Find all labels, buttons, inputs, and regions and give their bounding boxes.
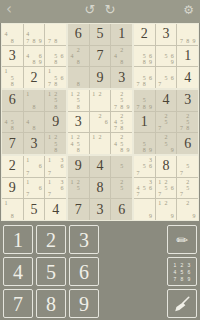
cell-r1c4[interactable]: 7 bbox=[90, 46, 111, 67]
pencil-mark-slot bbox=[147, 81, 153, 87]
sudoku-app: ‹ ↺ ↻ ⚙ 48478978346895681582156786512487… bbox=[0, 0, 200, 320]
cell-r5c1[interactable]: 3 bbox=[24, 133, 45, 154]
given-digit: 2 bbox=[30, 71, 37, 85]
box-2-0: 21671367916713671854 bbox=[2, 156, 66, 220]
pencil-mark-slot bbox=[81, 147, 87, 153]
mini-digit: 2 bbox=[179, 262, 185, 268]
pencil-mark-slot bbox=[81, 103, 87, 109]
pencil-marks: 26 bbox=[90, 112, 111, 133]
pencil-marks: 257 bbox=[156, 112, 177, 133]
undo-icon[interactable]: ↺ bbox=[85, 3, 96, 16]
cell-r1c1[interactable]: 4689 bbox=[24, 46, 45, 67]
cell-r5c5[interactable]: 24589 bbox=[111, 133, 132, 154]
cell-r6c1[interactable]: 167 bbox=[24, 156, 45, 177]
pencil-mark-slot bbox=[37, 125, 43, 131]
cell-r0c3[interactable]: 6 bbox=[68, 24, 89, 45]
cell-r3c6[interactable]: 5789 bbox=[134, 90, 155, 111]
pencil-marks: 4789 bbox=[24, 24, 45, 45]
box-1-0: 6181258458489731258 bbox=[2, 90, 66, 154]
cell-r7c4[interactable]: 8 bbox=[90, 178, 111, 199]
pencil-marks: 167 bbox=[24, 178, 45, 199]
cell-r2c3[interactable]: 8 bbox=[68, 67, 89, 88]
given-digit: 9 bbox=[52, 115, 59, 129]
given-digit: 3 bbox=[75, 115, 82, 129]
numpad-key-4[interactable]: 4 bbox=[3, 257, 33, 286]
box-2-1: 945125825736 bbox=[68, 156, 132, 220]
cell-r6c0[interactable]: 2 bbox=[2, 156, 23, 177]
pencil-marks: 12 bbox=[90, 133, 111, 154]
cell-r3c0[interactable]: 6 bbox=[2, 90, 23, 111]
pencil-marks: 4689 bbox=[24, 46, 45, 67]
given-digit: 4 bbox=[184, 71, 191, 85]
pencil-marks: 1258 bbox=[68, 90, 89, 111]
cell-r8c3[interactable]: 7 bbox=[68, 199, 89, 220]
mini-digit: 1 bbox=[172, 262, 178, 268]
cell-r7c3[interactable]: 125 bbox=[68, 178, 89, 199]
cell-r8c7[interactable]: 129 bbox=[156, 199, 177, 220]
box-1-1: 1258122578932624578124581224589 bbox=[68, 90, 132, 154]
numpad-key-1[interactable]: 1 bbox=[3, 225, 33, 254]
box-0-1: 6512487248893 bbox=[68, 24, 132, 88]
cell-r8c4[interactable]: 3 bbox=[90, 199, 111, 220]
cell-r3c1[interactable]: 18 bbox=[24, 90, 45, 111]
cell-r0c7[interactable]: 3 bbox=[156, 24, 177, 45]
pencil-mark-slot bbox=[37, 169, 43, 175]
cell-r7c5[interactable]: 25 bbox=[111, 178, 132, 199]
pencil-mode-button[interactable]: ✏ bbox=[167, 225, 197, 254]
bottom-controls: 123456789 ✏ 123456789 bbox=[0, 221, 200, 320]
mini-digit: 4 bbox=[172, 269, 178, 275]
sudoku-board: 4847897834689568158215678651248724889323… bbox=[1, 23, 199, 221]
pencil-marks: 24578 bbox=[111, 112, 132, 133]
cell-r3c2[interactable]: 1258 bbox=[45, 90, 66, 111]
number-pad: 123456789 bbox=[3, 225, 99, 318]
pencil-marks: 5 bbox=[111, 156, 132, 177]
given-digit: 3 bbox=[118, 71, 125, 85]
pencil-mark-slot bbox=[191, 191, 197, 197]
pencil-marks: 789 bbox=[177, 24, 198, 45]
cell-r7c8[interactable]: 257 bbox=[177, 178, 198, 199]
given-digit: 3 bbox=[96, 203, 103, 217]
top-toolbar: ‹ ↺ ↻ ⚙ bbox=[0, 0, 200, 23]
cell-r6c2[interactable]: 1367 bbox=[45, 156, 66, 177]
cell-r0c8[interactable]: 789 bbox=[177, 24, 198, 45]
pencil-marks: 12 bbox=[90, 90, 111, 111]
pencil-marks: 125 bbox=[68, 178, 89, 199]
cell-r5c6[interactable]: 589 bbox=[134, 133, 155, 154]
cell-r5c3[interactable]: 12458 bbox=[68, 133, 89, 154]
cell-r8c5[interactable]: 6 bbox=[111, 199, 132, 220]
cell-r3c5[interactable]: 25789 bbox=[111, 90, 132, 111]
given-digit: 8 bbox=[162, 159, 169, 173]
pencil-marks: 48 bbox=[2, 24, 23, 45]
cell-r4c4[interactable]: 26 bbox=[90, 112, 111, 133]
pencil-marks: 48 bbox=[24, 112, 45, 133]
pencil-mark-slot bbox=[125, 125, 131, 131]
pencil-marks: 1258 bbox=[45, 133, 66, 154]
cell-r4c5[interactable]: 24578 bbox=[111, 112, 132, 133]
cell-r8c0[interactable]: 18 bbox=[2, 199, 23, 220]
numpad-key-6[interactable]: 6 bbox=[69, 257, 99, 286]
cell-r2c0[interactable]: 158 bbox=[2, 67, 23, 88]
pencil-marks: 8 bbox=[68, 67, 89, 88]
pencil-mark-slot bbox=[59, 147, 65, 153]
redo-icon[interactable]: ↻ bbox=[105, 3, 116, 16]
numpad-key-5[interactable]: 5 bbox=[36, 257, 66, 286]
undo-redo-group: ↺ ↻ bbox=[0, 3, 200, 16]
given-digit: 4 bbox=[96, 159, 103, 173]
pencil-mark-slot: 9 bbox=[147, 59, 153, 65]
cell-r4c0[interactable]: 458 bbox=[2, 112, 23, 133]
pencil-mark-slot: 9 bbox=[37, 37, 43, 43]
cell-r6c3[interactable]: 9 bbox=[68, 156, 89, 177]
auto-candidates-button[interactable]: 123456789 bbox=[167, 257, 197, 286]
brush-icon bbox=[173, 295, 191, 313]
given-digit: 7 bbox=[9, 137, 16, 151]
pencil-mark-slot: 9 bbox=[191, 213, 197, 219]
pencil-marks: 248 bbox=[111, 46, 132, 67]
given-digit: 3 bbox=[9, 49, 16, 63]
pencil-marks: 1367 bbox=[45, 178, 66, 199]
pencil-marks: 12458 bbox=[68, 133, 89, 154]
pencil-marks: 458 bbox=[2, 112, 23, 133]
cell-r7c6[interactable]: 34567 bbox=[134, 178, 155, 199]
cell-r4c6[interactable]: 1 bbox=[134, 112, 155, 133]
pencil-mark-slot bbox=[81, 191, 87, 197]
cell-r1c5[interactable]: 248 bbox=[111, 46, 132, 67]
pencil-marks: 34567 bbox=[134, 178, 155, 199]
pencil-marks: 25 bbox=[111, 178, 132, 199]
pencil-mark-slot bbox=[147, 169, 153, 175]
given-digit: 9 bbox=[96, 71, 103, 85]
pencil-marks: 2578 bbox=[177, 112, 198, 133]
mini-digit: 5 bbox=[179, 269, 185, 275]
pencil-mark-slot bbox=[169, 81, 175, 87]
pencil-marks: 24589 bbox=[111, 133, 132, 154]
cell-r7c7[interactable]: 12567 bbox=[156, 178, 177, 199]
pencil-marks: 29 bbox=[177, 199, 198, 220]
given-digit: 5 bbox=[30, 203, 37, 217]
cell-r7c1[interactable]: 167 bbox=[24, 178, 45, 199]
cell-r4c2[interactable]: 9 bbox=[45, 112, 66, 133]
cell-r4c7[interactable]: 257 bbox=[156, 112, 177, 133]
pencil-marks: 12567 bbox=[156, 178, 177, 199]
mini-digit: 6 bbox=[186, 269, 192, 275]
cell-r0c6[interactable]: 2 bbox=[134, 24, 155, 45]
pencil-marks: 1258 bbox=[45, 90, 66, 111]
pencil-marks: 25789 bbox=[111, 90, 132, 111]
pencil-mark-slot bbox=[59, 103, 65, 109]
pencil-mark-slot bbox=[81, 81, 87, 87]
pencil-marks: 158 bbox=[2, 67, 23, 88]
pencil-mark-slot bbox=[37, 191, 43, 197]
cell-r7c0[interactable]: 9 bbox=[2, 178, 23, 199]
pencil-marks: 259 bbox=[156, 133, 177, 154]
cell-r3c3[interactable]: 1258 bbox=[68, 90, 89, 111]
cell-r8c6[interactable]: 9 bbox=[134, 199, 155, 220]
cell-r5c4[interactable]: 12 bbox=[90, 133, 111, 154]
cell-r0c1[interactable]: 4789 bbox=[24, 24, 45, 45]
pencil-marks: 167 bbox=[24, 156, 45, 177]
cell-r1c6[interactable]: 5689 bbox=[134, 46, 155, 67]
pencil-marks: 5689 bbox=[134, 46, 155, 67]
given-digit: 9 bbox=[9, 181, 16, 195]
cell-r4c3[interactable]: 3 bbox=[68, 112, 89, 133]
mini-digit: 7 bbox=[172, 276, 178, 282]
cell-r1c3[interactable]: 248 bbox=[68, 46, 89, 67]
cell-r6c6[interactable]: 3567 bbox=[134, 156, 155, 177]
pencil-marks: 78 bbox=[45, 24, 66, 45]
settings-gear-icon[interactable]: ⚙ bbox=[183, 4, 194, 16]
numpad-key-8[interactable]: 8 bbox=[36, 289, 66, 318]
pencil-marks: 567 bbox=[156, 67, 177, 88]
given-digit: 6 bbox=[118, 203, 125, 217]
pencil-marks: 589 bbox=[134, 133, 155, 154]
pencil-mark-slot bbox=[15, 213, 21, 219]
pencil-mark-slot: 9 bbox=[125, 147, 131, 153]
box-0-0: 4847897834689568158215678 bbox=[2, 24, 66, 88]
cell-r0c0[interactable]: 48 bbox=[2, 24, 23, 45]
pencil-mark-slot: 9 bbox=[125, 103, 131, 109]
cell-r1c0[interactable]: 3 bbox=[2, 46, 23, 67]
cell-r2c4[interactable]: 9 bbox=[90, 67, 111, 88]
given-digit: 9 bbox=[75, 159, 82, 173]
cell-r0c5[interactable]: 1 bbox=[111, 24, 132, 45]
pencil-marks: 9 bbox=[134, 199, 155, 220]
pencil-mark-slot bbox=[125, 191, 131, 197]
eraser-button[interactable] bbox=[167, 289, 197, 318]
pencil-marks: 5678 bbox=[134, 67, 155, 88]
pencil-mark-slot: 9 bbox=[169, 59, 175, 65]
given-digit: 7 bbox=[75, 203, 82, 217]
cell-r5c8[interactable]: 6 bbox=[177, 133, 198, 154]
cell-r0c2[interactable]: 78 bbox=[45, 24, 66, 45]
pencil-mark-slot bbox=[125, 59, 131, 65]
pencil-marks: 257 bbox=[177, 178, 198, 199]
pencil-mark-slot bbox=[191, 125, 197, 131]
cell-r4c8[interactable]: 2578 bbox=[177, 112, 198, 133]
given-digit: 3 bbox=[184, 93, 191, 107]
pencil-mark-slot bbox=[103, 147, 109, 153]
box-1-2: 578943125725785892596 bbox=[134, 90, 198, 154]
pencil-mark-slot: 9 bbox=[191, 37, 197, 43]
pencil-mark-slot bbox=[59, 81, 65, 87]
pencil-mark-slot bbox=[147, 191, 153, 197]
pencil-mark-slot bbox=[169, 125, 175, 131]
cell-r5c7[interactable]: 259 bbox=[156, 133, 177, 154]
pencil-marks: 3567 bbox=[134, 156, 155, 177]
pencil-mark-slot bbox=[37, 103, 43, 109]
pencil-mark-slot: 9 bbox=[37, 59, 43, 65]
mini-digit: 3 bbox=[186, 262, 192, 268]
given-digit: 1 bbox=[184, 49, 191, 63]
pencil-mark-slot: 9 bbox=[169, 213, 175, 219]
pencil-mark-slot bbox=[15, 81, 21, 87]
cell-r6c8[interactable]: 57 bbox=[177, 156, 198, 177]
numpad-key-2[interactable]: 2 bbox=[36, 225, 66, 254]
pencil-mark-slot bbox=[15, 37, 21, 43]
cell-r0c4[interactable]: 5 bbox=[90, 24, 111, 45]
pencil-marks: 569 bbox=[156, 46, 177, 67]
pencil-mark-slot: 9 bbox=[147, 103, 153, 109]
cell-r6c5[interactable]: 5 bbox=[111, 156, 132, 177]
cell-r8c1[interactable]: 5 bbox=[24, 199, 45, 220]
pencil-mark-slot: 9 bbox=[169, 147, 175, 153]
pencil-mark-slot bbox=[81, 59, 87, 65]
cell-r8c8[interactable]: 29 bbox=[177, 199, 198, 220]
given-digit: 4 bbox=[162, 93, 169, 107]
given-digit: 4 bbox=[52, 203, 59, 217]
numpad-key-7[interactable]: 7 bbox=[3, 289, 33, 318]
candidates-grid-icon: 123456789 bbox=[172, 262, 192, 282]
given-digit: 5 bbox=[96, 27, 103, 41]
cell-r6c4[interactable]: 4 bbox=[90, 156, 111, 177]
cell-r2c6[interactable]: 5678 bbox=[134, 67, 155, 88]
cell-r3c8[interactable]: 3 bbox=[177, 90, 198, 111]
pencil-marks: 18 bbox=[24, 90, 45, 111]
cell-r2c5[interactable]: 3 bbox=[111, 67, 132, 88]
pencil-marks: 5789 bbox=[134, 90, 155, 111]
pencil-mark-slot: 9 bbox=[147, 213, 153, 219]
pencil-mark-slot bbox=[125, 169, 131, 175]
cell-r2c1[interactable]: 2 bbox=[24, 67, 45, 88]
box-0-2: 237895689569156785674 bbox=[134, 24, 198, 88]
given-digit: 7 bbox=[96, 49, 103, 63]
cell-r1c8[interactable]: 1 bbox=[177, 46, 198, 67]
cell-r2c8[interactable]: 4 bbox=[177, 67, 198, 88]
given-digit: 3 bbox=[162, 27, 169, 41]
pencil-marks: 18 bbox=[2, 199, 23, 220]
cell-r5c0[interactable]: 7 bbox=[2, 133, 23, 154]
mini-digit: 9 bbox=[186, 276, 192, 282]
numpad-key-3[interactable]: 3 bbox=[69, 225, 99, 254]
tool-column: ✏ 123456789 bbox=[167, 225, 197, 318]
given-digit: 6 bbox=[184, 137, 191, 151]
pencil-marks: 248 bbox=[68, 46, 89, 67]
cell-r1c7[interactable]: 569 bbox=[156, 46, 177, 67]
pencil-marks: 1367 bbox=[45, 156, 66, 177]
pencil-mark-slot: 9 bbox=[147, 147, 153, 153]
cell-r4c1[interactable]: 48 bbox=[24, 112, 45, 133]
cell-r3c4[interactable]: 12 bbox=[90, 90, 111, 111]
pencil-mark-slot bbox=[59, 191, 65, 197]
cell-r3c7[interactable]: 4 bbox=[156, 90, 177, 111]
pencil-marks: 129 bbox=[156, 199, 177, 220]
pencil-mark-slot bbox=[59, 169, 65, 175]
given-digit: 6 bbox=[9, 93, 16, 107]
pencil-mark-slot bbox=[103, 103, 109, 109]
numpad-key-9[interactable]: 9 bbox=[69, 289, 99, 318]
given-digit: 6 bbox=[75, 27, 82, 41]
pencil-mark-slot bbox=[103, 125, 109, 131]
pencil-mark-slot bbox=[191, 169, 197, 175]
cell-r5c2[interactable]: 1258 bbox=[45, 133, 66, 154]
cell-r6c7[interactable]: 8 bbox=[156, 156, 177, 177]
cell-r1c2[interactable]: 568 bbox=[45, 46, 66, 67]
given-digit: 1 bbox=[118, 27, 125, 41]
pencil-marks: 57 bbox=[177, 156, 198, 177]
given-digit: 1 bbox=[141, 115, 148, 129]
cell-r7c2[interactable]: 1367 bbox=[45, 178, 66, 199]
given-digit: 2 bbox=[9, 159, 16, 173]
mini-digit: 8 bbox=[179, 276, 185, 282]
pencil-mark-slot bbox=[59, 59, 65, 65]
box-2-2: 35678573456712567257912929 bbox=[134, 156, 198, 220]
cell-r8c2[interactable]: 4 bbox=[45, 199, 66, 220]
cell-r2c2[interactable]: 15678 bbox=[45, 67, 66, 88]
pencil-mark-slot bbox=[169, 191, 175, 197]
pencil-marks: 568 bbox=[45, 46, 66, 67]
given-digit: 2 bbox=[141, 27, 148, 41]
given-digit: 3 bbox=[30, 137, 37, 151]
given-digit: 8 bbox=[96, 181, 103, 195]
pencil-icon: ✏ bbox=[176, 233, 188, 247]
pencil-mark-slot bbox=[15, 125, 21, 131]
pencil-marks: 15678 bbox=[45, 67, 66, 88]
cell-r2c7[interactable]: 567 bbox=[156, 67, 177, 88]
pencil-mark-slot bbox=[59, 37, 65, 43]
